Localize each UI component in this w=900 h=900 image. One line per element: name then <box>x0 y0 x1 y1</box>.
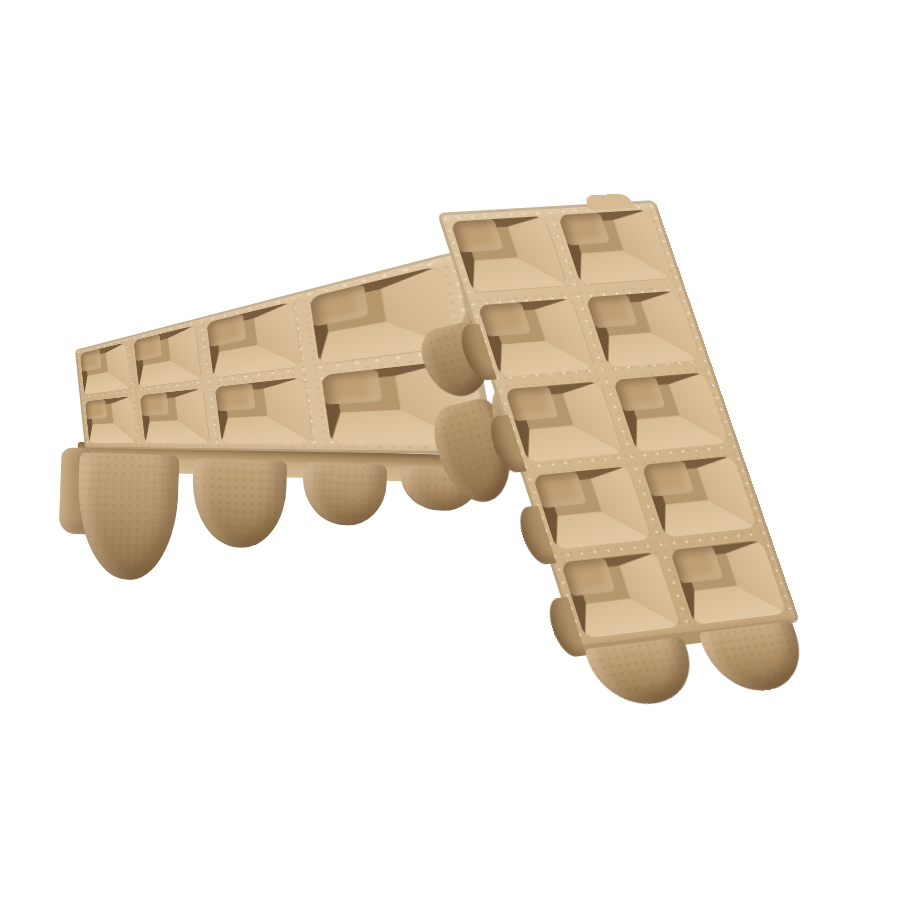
tray-cell <box>85 396 137 443</box>
right-tray-foot <box>698 621 813 697</box>
right-tray-rim-tab <box>584 193 634 210</box>
cell-floor <box>85 399 107 420</box>
tray-cell <box>641 456 758 538</box>
bottom-tray-foot <box>75 452 179 581</box>
product-photo-scene <box>0 0 900 900</box>
cell-floor <box>134 334 163 361</box>
tray-cell <box>505 381 624 462</box>
cell-floor <box>206 314 246 347</box>
left-tray-cell-grid <box>80 265 474 445</box>
tray-cell <box>206 301 302 378</box>
tray-cell <box>532 466 652 550</box>
tray-cell <box>561 552 681 638</box>
tray-cell <box>477 298 595 377</box>
tray-cell <box>214 377 314 444</box>
tray-cell <box>80 342 131 394</box>
tray-cell <box>140 388 210 443</box>
cell-floor <box>309 284 369 327</box>
right-tray-foot <box>584 637 702 710</box>
tray-cell <box>585 290 701 368</box>
tray-cell <box>450 216 567 293</box>
tray-cell <box>669 540 787 625</box>
tray-cell <box>134 325 202 387</box>
left-stack-bottom-tray <box>72 442 507 617</box>
cell-floor <box>140 392 169 416</box>
tray-cell <box>612 372 728 452</box>
cell-floor <box>80 349 102 372</box>
cell-floor <box>321 369 383 405</box>
bottom-tray-foot <box>301 462 387 527</box>
bottom-tray-foot <box>190 458 287 549</box>
tray-cell <box>557 210 672 285</box>
cell-floor <box>214 383 255 412</box>
